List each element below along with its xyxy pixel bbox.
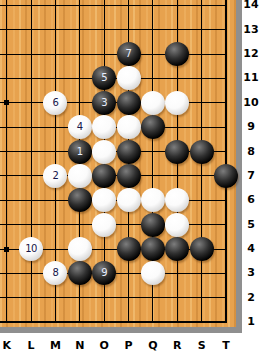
stone-black-O3[interactable]: 9 xyxy=(92,261,116,285)
column-label-Q: Q xyxy=(145,339,161,352)
stone-white-M7[interactable]: 2 xyxy=(43,164,67,188)
column-label-M: M xyxy=(47,339,63,352)
stone-black-Q5[interactable] xyxy=(141,213,165,237)
row-label-3: 3 xyxy=(243,266,259,279)
stone-white-P6[interactable] xyxy=(117,188,141,212)
move-number-8: 8 xyxy=(43,261,67,285)
grid-line-row-13 xyxy=(0,29,227,30)
stone-black-P7[interactable] xyxy=(117,164,141,188)
grid-line-column-L xyxy=(31,0,32,323)
stone-black-Q9[interactable] xyxy=(141,115,165,139)
row-label-14: 14 xyxy=(243,0,259,11)
grid-line-row-1 xyxy=(0,321,227,323)
row-label-10: 10 xyxy=(243,96,259,109)
move-number-4: 4 xyxy=(68,115,92,139)
row-label-8: 8 xyxy=(243,145,259,158)
stone-white-Q10[interactable] xyxy=(141,91,165,115)
stone-black-N6[interactable] xyxy=(68,188,92,212)
row-label-7: 7 xyxy=(243,169,259,182)
row-label-11: 11 xyxy=(243,71,259,84)
grid-line-row-14 xyxy=(0,5,227,6)
stone-black-P4[interactable] xyxy=(117,237,141,261)
move-number-6: 6 xyxy=(43,91,67,115)
move-number-2: 2 xyxy=(43,164,67,188)
stone-black-O7[interactable] xyxy=(92,164,116,188)
stone-black-P12[interactable]: 7 xyxy=(117,42,141,66)
column-label-O: O xyxy=(96,339,112,352)
stone-black-S4[interactable] xyxy=(190,237,214,261)
grid-line-column-T xyxy=(225,0,227,323)
move-number-3: 3 xyxy=(92,91,116,115)
star-point-K4 xyxy=(4,247,9,252)
stone-white-P9[interactable] xyxy=(117,115,141,139)
stone-white-N9[interactable]: 4 xyxy=(68,115,92,139)
stone-white-Q6[interactable] xyxy=(141,188,165,212)
stone-black-N3[interactable] xyxy=(68,261,92,285)
stone-black-P10[interactable] xyxy=(117,91,141,115)
move-number-9: 9 xyxy=(92,261,116,285)
stone-white-L4[interactable]: 10 xyxy=(19,237,43,261)
star-point-K10 xyxy=(4,100,9,105)
stone-white-M10[interactable]: 6 xyxy=(43,91,67,115)
stone-white-P11[interactable] xyxy=(117,66,141,90)
stone-black-O11[interactable]: 5 xyxy=(92,66,116,90)
board-shadow-right xyxy=(236,0,242,333)
column-label-T: T xyxy=(218,339,234,352)
row-label-6: 6 xyxy=(243,193,259,206)
column-label-S: S xyxy=(194,339,210,352)
board-shadow-bottom xyxy=(0,327,242,333)
row-label-13: 13 xyxy=(243,23,259,36)
stone-white-O5[interactable] xyxy=(92,213,116,237)
move-number-1: 1 xyxy=(68,140,92,164)
column-label-L: L xyxy=(23,339,39,352)
row-label-12: 12 xyxy=(243,47,259,60)
grid-line-column-K xyxy=(6,0,7,323)
go-diagram: 75634121089 KLMNOPQRST141312111098765432… xyxy=(0,0,260,356)
stone-black-O10[interactable]: 3 xyxy=(92,91,116,115)
stone-white-M3[interactable]: 8 xyxy=(43,261,67,285)
stone-white-N4[interactable] xyxy=(68,237,92,261)
column-label-N: N xyxy=(72,339,88,352)
stone-white-N7[interactable] xyxy=(68,164,92,188)
row-label-2: 2 xyxy=(243,291,259,304)
stone-black-T7[interactable] xyxy=(214,164,238,188)
stone-black-P8[interactable] xyxy=(117,140,141,164)
row-label-5: 5 xyxy=(243,218,259,231)
stone-black-R8[interactable] xyxy=(165,140,189,164)
stone-white-R10[interactable] xyxy=(165,91,189,115)
grid-line-row-12 xyxy=(0,54,227,55)
grid-line-row-2 xyxy=(0,297,227,298)
row-label-4: 4 xyxy=(243,242,259,255)
move-number-5: 5 xyxy=(92,66,116,90)
row-label-9: 9 xyxy=(243,120,259,133)
stone-white-R5[interactable] xyxy=(165,213,189,237)
move-number-7: 7 xyxy=(117,42,141,66)
column-label-R: R xyxy=(169,339,185,352)
stone-black-Q4[interactable] xyxy=(141,237,165,261)
row-label-1: 1 xyxy=(243,315,259,328)
stone-white-O8[interactable] xyxy=(92,140,116,164)
column-label-P: P xyxy=(121,339,137,352)
stone-black-N8[interactable]: 1 xyxy=(68,140,92,164)
column-label-K: K xyxy=(0,339,15,352)
stone-black-S8[interactable] xyxy=(190,140,214,164)
move-number-10: 10 xyxy=(19,237,43,261)
